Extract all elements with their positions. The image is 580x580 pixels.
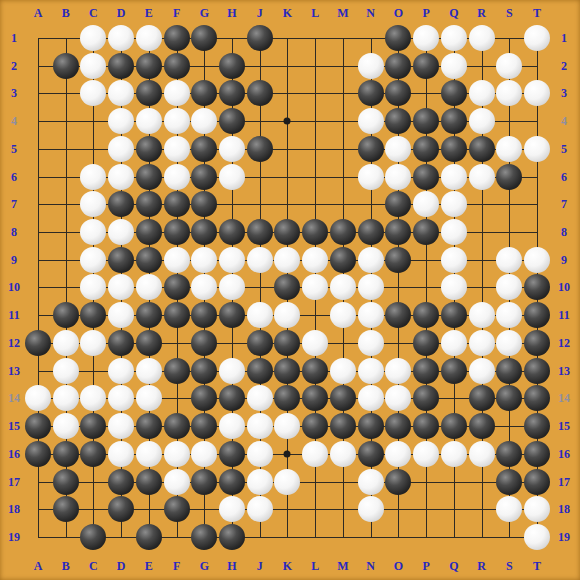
row-label-right: 11: [558, 309, 569, 321]
white-stone: [524, 25, 550, 51]
white-stone: [274, 469, 300, 495]
white-stone: [524, 496, 550, 522]
row-label-left: 14: [8, 392, 20, 404]
row-label-left: 7: [11, 198, 17, 210]
row-label-right: 19: [558, 531, 570, 543]
white-stone: [358, 247, 384, 273]
black-stone: [441, 136, 467, 162]
column-label-top: R: [477, 7, 486, 19]
black-stone: [302, 385, 328, 411]
white-stone: [496, 247, 522, 273]
black-stone: [274, 274, 300, 300]
black-stone: [108, 469, 134, 495]
white-stone: [358, 53, 384, 79]
black-stone: [274, 385, 300, 411]
black-stone: [108, 53, 134, 79]
grid-line-horizontal: [38, 537, 538, 538]
row-label-left: 2: [11, 60, 17, 72]
black-stone: [385, 302, 411, 328]
white-stone: [358, 469, 384, 495]
row-label-left: 5: [11, 143, 17, 155]
black-stone: [136, 413, 162, 439]
column-label-bottom: S: [506, 560, 513, 572]
black-stone: [191, 524, 217, 550]
star-point: [284, 118, 291, 125]
black-stone: [136, 53, 162, 79]
column-label-bottom: P: [422, 560, 429, 572]
black-stone: [25, 413, 51, 439]
column-label-bottom: B: [62, 560, 70, 572]
black-stone: [413, 53, 439, 79]
black-stone: [108, 247, 134, 273]
row-label-left: 3: [11, 87, 17, 99]
column-label-top: L: [311, 7, 319, 19]
black-stone: [385, 219, 411, 245]
white-stone: [330, 358, 356, 384]
white-stone: [191, 441, 217, 467]
black-stone: [496, 441, 522, 467]
black-stone: [136, 164, 162, 190]
black-stone: [191, 469, 217, 495]
black-stone: [136, 219, 162, 245]
black-stone: [219, 441, 245, 467]
white-stone: [302, 441, 328, 467]
white-stone: [80, 53, 106, 79]
white-stone: [385, 441, 411, 467]
white-stone: [164, 164, 190, 190]
white-stone: [385, 136, 411, 162]
white-stone: [80, 25, 106, 51]
black-stone: [358, 136, 384, 162]
black-stone: [385, 80, 411, 106]
column-label-bottom: E: [145, 560, 153, 572]
column-label-top: T: [533, 7, 541, 19]
white-stone: [496, 274, 522, 300]
column-label-bottom: F: [173, 560, 180, 572]
white-stone: [358, 302, 384, 328]
column-label-top: K: [283, 7, 292, 19]
black-stone: [358, 219, 384, 245]
black-stone: [53, 441, 79, 467]
black-stone: [164, 25, 190, 51]
black-stone: [302, 413, 328, 439]
black-stone: [441, 80, 467, 106]
white-stone: [441, 219, 467, 245]
black-stone: [136, 302, 162, 328]
white-stone: [358, 385, 384, 411]
white-stone: [469, 80, 495, 106]
white-stone: [441, 53, 467, 79]
black-stone: [524, 385, 550, 411]
black-stone: [219, 53, 245, 79]
white-stone: [191, 274, 217, 300]
white-stone: [108, 441, 134, 467]
black-stone: [413, 302, 439, 328]
row-label-right: 12: [558, 337, 570, 349]
column-label-bottom: A: [34, 560, 43, 572]
row-label-left: 8: [11, 226, 17, 238]
black-stone: [413, 330, 439, 356]
white-stone: [302, 330, 328, 356]
white-stone: [108, 358, 134, 384]
black-stone: [358, 441, 384, 467]
white-stone: [441, 441, 467, 467]
black-stone: [25, 330, 51, 356]
black-stone: [274, 330, 300, 356]
white-stone: [413, 25, 439, 51]
white-stone: [136, 274, 162, 300]
black-stone: [136, 524, 162, 550]
black-stone: [358, 413, 384, 439]
white-stone: [247, 302, 273, 328]
white-stone: [469, 302, 495, 328]
white-stone: [496, 496, 522, 522]
black-stone: [413, 108, 439, 134]
column-label-bottom: R: [477, 560, 486, 572]
white-stone: [80, 330, 106, 356]
column-label-top: M: [337, 7, 348, 19]
black-stone: [219, 385, 245, 411]
black-stone: [247, 358, 273, 384]
black-stone: [330, 385, 356, 411]
white-stone: [358, 330, 384, 356]
row-label-right: 17: [558, 476, 570, 488]
row-label-right: 7: [561, 198, 567, 210]
row-label-left: 13: [8, 365, 20, 377]
black-stone: [441, 302, 467, 328]
white-stone: [191, 247, 217, 273]
white-stone: [330, 441, 356, 467]
row-label-left: 19: [8, 531, 20, 543]
white-stone: [108, 302, 134, 328]
column-label-bottom: J: [257, 560, 263, 572]
white-stone: [136, 385, 162, 411]
row-label-right: 4: [561, 115, 567, 127]
black-stone: [219, 469, 245, 495]
white-stone: [136, 25, 162, 51]
row-label-left: 12: [8, 337, 20, 349]
black-stone: [247, 80, 273, 106]
white-stone: [247, 469, 273, 495]
white-stone: [80, 247, 106, 273]
column-label-top: D: [117, 7, 126, 19]
black-stone: [80, 302, 106, 328]
black-stone: [524, 441, 550, 467]
black-stone: [219, 108, 245, 134]
row-label-left: 4: [11, 115, 17, 127]
white-stone: [247, 441, 273, 467]
black-stone: [274, 219, 300, 245]
black-stone: [25, 441, 51, 467]
black-stone: [136, 247, 162, 273]
black-stone: [164, 302, 190, 328]
white-stone: [80, 274, 106, 300]
column-label-bottom: O: [394, 560, 403, 572]
row-label-right: 9: [561, 254, 567, 266]
white-stone: [108, 219, 134, 245]
black-stone: [164, 53, 190, 79]
black-stone: [524, 469, 550, 495]
black-stone: [413, 136, 439, 162]
column-label-bottom: N: [366, 560, 375, 572]
white-stone: [469, 358, 495, 384]
white-stone: [413, 441, 439, 467]
white-stone: [274, 413, 300, 439]
black-stone: [441, 108, 467, 134]
black-stone: [413, 385, 439, 411]
black-stone: [80, 413, 106, 439]
row-label-left: 11: [8, 309, 19, 321]
white-stone: [80, 80, 106, 106]
white-stone: [469, 164, 495, 190]
black-stone: [385, 413, 411, 439]
black-stone: [469, 385, 495, 411]
white-stone: [108, 80, 134, 106]
white-stone: [441, 274, 467, 300]
row-label-right: 10: [558, 281, 570, 293]
white-stone: [80, 164, 106, 190]
white-stone: [191, 108, 217, 134]
black-stone: [496, 385, 522, 411]
black-stone: [247, 219, 273, 245]
white-stone: [219, 164, 245, 190]
row-label-left: 6: [11, 171, 17, 183]
white-stone: [358, 274, 384, 300]
white-stone: [496, 330, 522, 356]
row-label-right: 14: [558, 392, 570, 404]
white-stone: [53, 330, 79, 356]
white-stone: [385, 164, 411, 190]
white-stone: [219, 413, 245, 439]
white-stone: [80, 385, 106, 411]
white-stone: [358, 108, 384, 134]
black-stone: [247, 136, 273, 162]
column-label-top: P: [422, 7, 429, 19]
white-stone: [219, 274, 245, 300]
white-stone: [413, 191, 439, 217]
black-stone: [108, 330, 134, 356]
black-stone: [330, 413, 356, 439]
black-stone: [164, 219, 190, 245]
black-stone: [385, 247, 411, 273]
row-label-right: 16: [558, 448, 570, 460]
white-stone: [302, 247, 328, 273]
white-stone: [524, 80, 550, 106]
white-stone: [136, 441, 162, 467]
white-stone: [164, 108, 190, 134]
black-stone: [524, 413, 550, 439]
black-stone: [136, 330, 162, 356]
row-label-right: 3: [561, 87, 567, 99]
white-stone: [80, 191, 106, 217]
black-stone: [108, 191, 134, 217]
black-stone: [413, 219, 439, 245]
white-stone: [358, 496, 384, 522]
go-board[interactable]: AABBCCDDEEFFGGHHJJKKLLMMNNOOPPQQRRSSTT11…: [0, 0, 580, 580]
black-stone: [413, 413, 439, 439]
black-stone: [441, 358, 467, 384]
row-label-left: 16: [8, 448, 20, 460]
black-stone: [247, 25, 273, 51]
black-stone: [385, 191, 411, 217]
white-stone: [108, 164, 134, 190]
black-stone: [136, 136, 162, 162]
black-stone: [385, 469, 411, 495]
white-stone: [274, 247, 300, 273]
white-stone: [219, 358, 245, 384]
white-stone: [441, 191, 467, 217]
white-stone: [219, 496, 245, 522]
row-label-right: 15: [558, 420, 570, 432]
white-stone: [247, 385, 273, 411]
row-label-left: 1: [11, 32, 17, 44]
black-stone: [191, 164, 217, 190]
black-stone: [191, 302, 217, 328]
column-label-top: F: [173, 7, 180, 19]
black-stone: [496, 164, 522, 190]
column-label-bottom: D: [117, 560, 126, 572]
black-stone: [385, 53, 411, 79]
white-stone: [247, 496, 273, 522]
column-label-top: S: [506, 7, 513, 19]
black-stone: [469, 413, 495, 439]
black-stone: [191, 219, 217, 245]
black-stone: [191, 358, 217, 384]
row-label-right: 18: [558, 503, 570, 515]
white-stone: [53, 358, 79, 384]
column-label-bottom: L: [311, 560, 319, 572]
white-stone: [441, 247, 467, 273]
white-stone: [469, 441, 495, 467]
white-stone: [524, 247, 550, 273]
black-stone: [136, 191, 162, 217]
black-stone: [191, 191, 217, 217]
white-stone: [496, 136, 522, 162]
black-stone: [219, 80, 245, 106]
column-label-top: J: [257, 7, 263, 19]
black-stone: [191, 385, 217, 411]
column-label-bottom: H: [227, 560, 236, 572]
black-stone: [191, 413, 217, 439]
black-stone: [191, 330, 217, 356]
black-stone: [358, 80, 384, 106]
white-stone: [164, 80, 190, 106]
white-stone: [524, 136, 550, 162]
row-label-left: 10: [8, 281, 20, 293]
row-label-right: 13: [558, 365, 570, 377]
black-stone: [524, 358, 550, 384]
white-stone: [108, 136, 134, 162]
black-stone: [274, 358, 300, 384]
row-label-left: 9: [11, 254, 17, 266]
column-label-top: Q: [449, 7, 458, 19]
white-stone: [108, 385, 134, 411]
column-label-bottom: M: [337, 560, 348, 572]
white-stone: [469, 330, 495, 356]
row-label-left: 17: [8, 476, 20, 488]
black-stone: [53, 496, 79, 522]
column-label-bottom: T: [533, 560, 541, 572]
white-stone: [136, 108, 162, 134]
column-label-top: O: [394, 7, 403, 19]
black-stone: [302, 219, 328, 245]
black-stone: [496, 469, 522, 495]
column-label-top: B: [62, 7, 70, 19]
black-stone: [164, 191, 190, 217]
white-stone: [219, 136, 245, 162]
white-stone: [330, 302, 356, 328]
white-stone: [164, 469, 190, 495]
black-stone: [524, 302, 550, 328]
white-stone: [441, 164, 467, 190]
black-stone: [191, 80, 217, 106]
white-stone: [441, 25, 467, 51]
white-stone: [25, 385, 51, 411]
black-stone: [441, 413, 467, 439]
column-label-bottom: Q: [449, 560, 458, 572]
white-stone: [496, 302, 522, 328]
black-stone: [164, 274, 190, 300]
black-stone: [469, 136, 495, 162]
white-stone: [496, 80, 522, 106]
black-stone: [330, 219, 356, 245]
column-label-top: G: [200, 7, 209, 19]
white-stone: [164, 247, 190, 273]
black-stone: [191, 25, 217, 51]
row-label-left: 18: [8, 503, 20, 515]
white-stone: [219, 247, 245, 273]
white-stone: [385, 385, 411, 411]
black-stone: [219, 219, 245, 245]
white-stone: [108, 274, 134, 300]
white-stone: [358, 164, 384, 190]
white-stone: [247, 247, 273, 273]
white-stone: [469, 108, 495, 134]
black-stone: [53, 469, 79, 495]
star-point: [284, 450, 291, 457]
white-stone: [330, 274, 356, 300]
black-stone: [53, 302, 79, 328]
white-stone: [358, 358, 384, 384]
black-stone: [136, 469, 162, 495]
white-stone: [80, 219, 106, 245]
white-stone: [274, 302, 300, 328]
white-stone: [385, 358, 411, 384]
row-label-right: 5: [561, 143, 567, 155]
white-stone: [136, 358, 162, 384]
black-stone: [80, 441, 106, 467]
white-stone: [53, 385, 79, 411]
column-label-bottom: C: [89, 560, 98, 572]
white-stone: [441, 330, 467, 356]
black-stone: [413, 358, 439, 384]
white-stone: [524, 524, 550, 550]
column-label-bottom: G: [200, 560, 209, 572]
black-stone: [385, 25, 411, 51]
white-stone: [108, 25, 134, 51]
black-stone: [247, 330, 273, 356]
row-label-left: 15: [8, 420, 20, 432]
white-stone: [164, 441, 190, 467]
column-label-top: A: [34, 7, 43, 19]
white-stone: [164, 136, 190, 162]
row-label-right: 2: [561, 60, 567, 72]
black-stone: [164, 413, 190, 439]
column-label-top: E: [145, 7, 153, 19]
white-stone: [53, 413, 79, 439]
black-stone: [302, 358, 328, 384]
black-stone: [80, 524, 106, 550]
